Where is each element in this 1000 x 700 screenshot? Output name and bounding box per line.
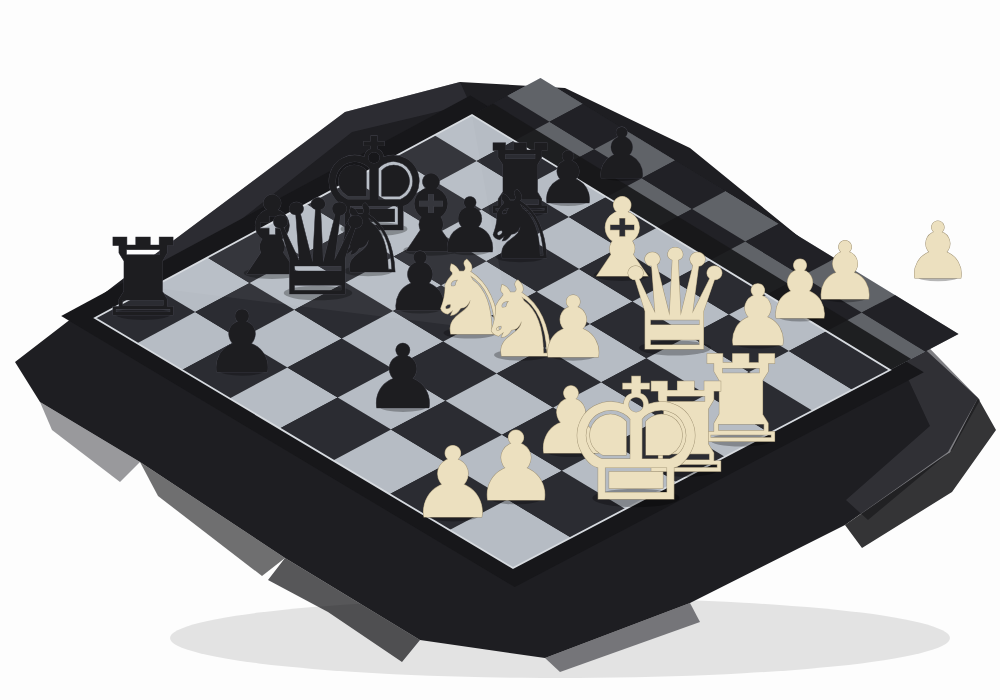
chess-scene: ♟♟♜♚♝♟♞♞♝♝♟♛♟♟♜♟♞♟♛♞♟♟♟♜♟♜♚♟♟	[0, 0, 1000, 700]
white-pawn[interactable]: ♟	[903, 206, 973, 296]
black-pawn[interactable]: ♟	[203, 292, 280, 392]
chess-product-photo: ♟♟♜♚♝♟♞♞♝♝♟♛♟♟♜♟♞♟♛♞♟♟♟♜♟♜♚♟♟	[0, 0, 1000, 700]
white-pawn[interactable]: ♟	[409, 426, 497, 540]
black-rook[interactable]: ♜	[95, 216, 191, 340]
white-king[interactable]: ♚	[561, 343, 712, 539]
black-pawn[interactable]: ♟	[363, 325, 443, 429]
